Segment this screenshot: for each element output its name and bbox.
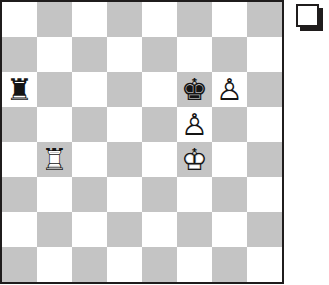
square-c1[interactable] — [72, 247, 107, 282]
square-h2[interactable] — [247, 212, 282, 247]
square-e4[interactable] — [142, 142, 177, 177]
square-b6[interactable] — [37, 72, 72, 107]
square-h8[interactable] — [247, 2, 282, 37]
square-e7[interactable] — [142, 37, 177, 72]
white-rook-glyph: ♖ — [37, 142, 72, 177]
square-h4[interactable] — [247, 142, 282, 177]
square-a4[interactable] — [2, 142, 37, 177]
square-h6[interactable] — [247, 72, 282, 107]
chess-app-window: ♜♚♟♙♟♙♜♖♚♔ — [0, 0, 329, 285]
square-d3[interactable] — [107, 177, 142, 212]
square-c3[interactable] — [72, 177, 107, 212]
white-pawn-f5[interactable]: ♟♙ — [177, 107, 212, 142]
square-h7[interactable] — [247, 37, 282, 72]
white-king-glyph: ♔ — [177, 142, 212, 177]
square-b1[interactable] — [37, 247, 72, 282]
white-pawn-glyph: ♙ — [212, 72, 247, 107]
square-e6[interactable] — [142, 72, 177, 107]
square-a7[interactable] — [2, 37, 37, 72]
square-e3[interactable] — [142, 177, 177, 212]
square-g1[interactable] — [212, 247, 247, 282]
white-rook-b4[interactable]: ♜♖ — [37, 142, 72, 177]
square-g3[interactable] — [212, 177, 247, 212]
square-f4[interactable]: ♚♔ — [177, 142, 212, 177]
square-a3[interactable] — [2, 177, 37, 212]
square-a6[interactable]: ♜ — [2, 72, 37, 107]
white-to-move-indicator — [296, 4, 319, 27]
square-f8[interactable] — [177, 2, 212, 37]
square-g6[interactable]: ♟♙ — [212, 72, 247, 107]
square-d2[interactable] — [107, 212, 142, 247]
square-f7[interactable] — [177, 37, 212, 72]
square-f6[interactable]: ♚ — [177, 72, 212, 107]
white-king-f4[interactable]: ♚♔ — [177, 142, 212, 177]
square-a8[interactable] — [2, 2, 37, 37]
square-a2[interactable] — [2, 212, 37, 247]
square-d8[interactable] — [107, 2, 142, 37]
square-f1[interactable] — [177, 247, 212, 282]
square-e1[interactable] — [142, 247, 177, 282]
square-h3[interactable] — [247, 177, 282, 212]
square-g5[interactable] — [212, 107, 247, 142]
square-b2[interactable] — [37, 212, 72, 247]
square-h1[interactable] — [247, 247, 282, 282]
square-f2[interactable] — [177, 212, 212, 247]
square-b5[interactable] — [37, 107, 72, 142]
square-g8[interactable] — [212, 2, 247, 37]
square-b4[interactable]: ♜♖ — [37, 142, 72, 177]
black-rook-a6[interactable]: ♜ — [2, 72, 37, 107]
black-king-f6[interactable]: ♚ — [177, 72, 212, 107]
square-b8[interactable] — [37, 2, 72, 37]
square-h5[interactable] — [247, 107, 282, 142]
square-c2[interactable] — [72, 212, 107, 247]
square-c8[interactable] — [72, 2, 107, 37]
chess-board: ♜♚♟♙♟♙♜♖♚♔ — [0, 0, 284, 284]
square-a1[interactable] — [2, 247, 37, 282]
white-pawn-g6[interactable]: ♟♙ — [212, 72, 247, 107]
square-d6[interactable] — [107, 72, 142, 107]
square-c7[interactable] — [72, 37, 107, 72]
square-f5[interactable]: ♟♙ — [177, 107, 212, 142]
square-b7[interactable] — [37, 37, 72, 72]
square-e8[interactable] — [142, 2, 177, 37]
square-e5[interactable] — [142, 107, 177, 142]
square-a5[interactable] — [2, 107, 37, 142]
white-pawn-glyph: ♙ — [177, 107, 212, 142]
square-d7[interactable] — [107, 37, 142, 72]
square-g2[interactable] — [212, 212, 247, 247]
square-c5[interactable] — [72, 107, 107, 142]
square-g7[interactable] — [212, 37, 247, 72]
square-c4[interactable] — [72, 142, 107, 177]
square-d5[interactable] — [107, 107, 142, 142]
square-e2[interactable] — [142, 212, 177, 247]
square-d4[interactable] — [107, 142, 142, 177]
square-f3[interactable] — [177, 177, 212, 212]
square-b3[interactable] — [37, 177, 72, 212]
square-d1[interactable] — [107, 247, 142, 282]
square-c6[interactable] — [72, 72, 107, 107]
square-g4[interactable] — [212, 142, 247, 177]
